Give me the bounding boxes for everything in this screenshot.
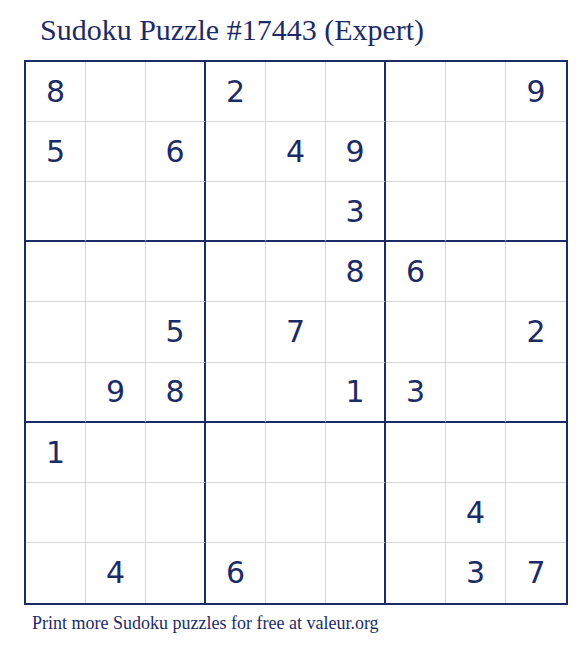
sudoku-cell-r7c8[interactable] [446, 423, 506, 483]
sudoku-cell-r4c8[interactable] [446, 242, 506, 302]
sudoku-cell-r6c2[interactable]: 9 [86, 363, 146, 423]
sudoku-cell-r7c6[interactable] [326, 423, 386, 483]
sudoku-cell-r9c1[interactable] [26, 543, 86, 603]
sudoku-cell-r6c3[interactable]: 8 [146, 363, 206, 423]
sudoku-cell-r7c3[interactable] [146, 423, 206, 483]
sudoku-cell-r8c1[interactable] [26, 483, 86, 543]
sudoku-cell-r1c1[interactable]: 8 [26, 62, 86, 122]
sudoku-cell-r3c6[interactable]: 3 [326, 182, 386, 242]
sudoku-cell-r3c7[interactable] [386, 182, 446, 242]
sudoku-cell-r8c5[interactable] [266, 483, 326, 543]
sudoku-cell-r5c6[interactable] [326, 302, 386, 362]
sudoku-cell-r6c6[interactable]: 1 [326, 363, 386, 423]
sudoku-cell-r9c8[interactable]: 3 [446, 543, 506, 603]
sudoku-cell-r1c7[interactable] [386, 62, 446, 122]
sudoku-cell-r6c8[interactable] [446, 363, 506, 423]
sudoku-cell-r9c6[interactable] [326, 543, 386, 603]
sudoku-cell-r3c4[interactable] [206, 182, 266, 242]
sudoku-cell-r2c1[interactable]: 5 [26, 122, 86, 182]
sudoku-cell-r6c4[interactable] [206, 363, 266, 423]
sudoku-cell-r5c2[interactable] [86, 302, 146, 362]
sudoku-cell-r2c2[interactable] [86, 122, 146, 182]
sudoku-cell-r6c9[interactable] [506, 363, 566, 423]
sudoku-cell-r5c3[interactable]: 5 [146, 302, 206, 362]
sudoku-cell-r9c5[interactable] [266, 543, 326, 603]
sudoku-cell-r4c5[interactable] [266, 242, 326, 302]
sudoku-cell-r8c7[interactable] [386, 483, 446, 543]
sudoku-cell-r2c6[interactable]: 9 [326, 122, 386, 182]
sudoku-cell-r5c1[interactable] [26, 302, 86, 362]
sudoku-cell-r5c5[interactable]: 7 [266, 302, 326, 362]
sudoku-cell-r1c5[interactable] [266, 62, 326, 122]
sudoku-cell-r6c7[interactable]: 3 [386, 363, 446, 423]
sudoku-cell-r2c3[interactable]: 6 [146, 122, 206, 182]
sudoku-cell-r4c7[interactable]: 6 [386, 242, 446, 302]
sudoku-cell-r8c2[interactable] [86, 483, 146, 543]
sudoku-cell-r2c5[interactable]: 4 [266, 122, 326, 182]
sudoku-cell-r3c2[interactable] [86, 182, 146, 242]
sudoku-cell-r6c5[interactable] [266, 363, 326, 423]
sudoku-cell-r1c8[interactable] [446, 62, 506, 122]
sudoku-cell-r4c3[interactable] [146, 242, 206, 302]
sudoku-cell-r1c6[interactable] [326, 62, 386, 122]
sudoku-cell-r8c6[interactable] [326, 483, 386, 543]
sudoku-page: Sudoku Puzzle #17443 (Expert) 8295649386… [0, 0, 580, 651]
sudoku-cell-r7c2[interactable] [86, 423, 146, 483]
sudoku-cell-r9c9[interactable]: 7 [506, 543, 566, 603]
sudoku-cell-r5c7[interactable] [386, 302, 446, 362]
sudoku-cell-r8c8[interactable]: 4 [446, 483, 506, 543]
footer-text: Print more Sudoku puzzles for free at va… [32, 613, 379, 634]
sudoku-cell-r4c1[interactable] [26, 242, 86, 302]
sudoku-cell-r8c9[interactable] [506, 483, 566, 543]
sudoku-cell-r3c1[interactable] [26, 182, 86, 242]
sudoku-cell-r9c4[interactable]: 6 [206, 543, 266, 603]
sudoku-cell-r9c3[interactable] [146, 543, 206, 603]
sudoku-cell-r7c9[interactable] [506, 423, 566, 483]
sudoku-cell-r5c4[interactable] [206, 302, 266, 362]
sudoku-cell-r7c5[interactable] [266, 423, 326, 483]
sudoku-cell-r4c2[interactable] [86, 242, 146, 302]
sudoku-cell-r2c9[interactable] [506, 122, 566, 182]
sudoku-cell-r7c7[interactable] [386, 423, 446, 483]
sudoku-cell-r9c2[interactable]: 4 [86, 543, 146, 603]
sudoku-cell-r4c9[interactable] [506, 242, 566, 302]
sudoku-cell-r2c7[interactable] [386, 122, 446, 182]
sudoku-cell-r5c8[interactable] [446, 302, 506, 362]
sudoku-cell-r4c6[interactable]: 8 [326, 242, 386, 302]
sudoku-cell-r6c1[interactable] [26, 363, 86, 423]
sudoku-cell-r8c4[interactable] [206, 483, 266, 543]
sudoku-cell-r7c1[interactable]: 1 [26, 423, 86, 483]
sudoku-cell-r2c4[interactable] [206, 122, 266, 182]
sudoku-cell-r7c4[interactable] [206, 423, 266, 483]
sudoku-cell-r2c8[interactable] [446, 122, 506, 182]
sudoku-cell-r8c3[interactable] [146, 483, 206, 543]
sudoku-cell-r3c9[interactable] [506, 182, 566, 242]
sudoku-cell-r3c5[interactable] [266, 182, 326, 242]
sudoku-cell-r3c8[interactable] [446, 182, 506, 242]
sudoku-cell-r4c4[interactable] [206, 242, 266, 302]
sudoku-cell-r1c9[interactable]: 9 [506, 62, 566, 122]
page-title: Sudoku Puzzle #17443 (Expert) [40, 13, 424, 47]
sudoku-cell-r9c7[interactable] [386, 543, 446, 603]
sudoku-cell-r3c3[interactable] [146, 182, 206, 242]
sudoku-cell-r1c3[interactable] [146, 62, 206, 122]
sudoku-cell-r1c2[interactable] [86, 62, 146, 122]
sudoku-cell-r5c9[interactable]: 2 [506, 302, 566, 362]
sudoku-cell-r1c4[interactable]: 2 [206, 62, 266, 122]
sudoku-grid: 82956493865729813144637 [24, 60, 568, 605]
